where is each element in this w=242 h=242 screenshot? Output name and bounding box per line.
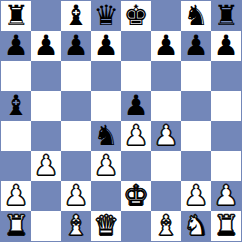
square-b7[interactable]: ♟ — [31, 31, 61, 61]
black-pawn-piece: ♟ — [3, 32, 28, 60]
square-b4[interactable] — [31, 121, 61, 151]
square-c1[interactable]: ♝ — [61, 211, 91, 241]
square-g8[interactable]: ♞ — [181, 1, 211, 31]
square-d6[interactable] — [91, 61, 121, 91]
square-b3[interactable]: ♟ — [31, 151, 61, 181]
white-pawn-piece: ♟ — [183, 182, 208, 210]
white-pawn-piece: ♟ — [3, 182, 28, 210]
square-b6[interactable] — [31, 61, 61, 91]
square-c2[interactable]: ♟ — [61, 181, 91, 211]
square-g5[interactable] — [181, 91, 211, 121]
white-pawn-piece: ♟ — [33, 152, 58, 180]
black-knight-piece: ♞ — [93, 122, 118, 150]
square-d7[interactable]: ♟ — [91, 31, 121, 61]
square-e7[interactable] — [121, 31, 151, 61]
black-rook-piece: ♜ — [3, 2, 28, 30]
square-h7[interactable]: ♟ — [211, 31, 241, 61]
square-f1[interactable]: ♝ — [151, 211, 181, 241]
square-b8[interactable] — [31, 1, 61, 31]
square-a7[interactable]: ♟ — [1, 31, 31, 61]
square-f4[interactable]: ♟ — [151, 121, 181, 151]
black-pawn-piece: ♟ — [63, 32, 88, 60]
black-pawn-piece: ♟ — [153, 32, 178, 60]
black-king-piece: ♚ — [123, 2, 148, 30]
square-d8[interactable]: ♛ — [91, 1, 121, 31]
square-h8[interactable]: ♜ — [211, 1, 241, 31]
square-g1[interactable]: ♞ — [181, 211, 211, 241]
square-e6[interactable] — [121, 61, 151, 91]
square-c5[interactable] — [61, 91, 91, 121]
black-pawn-piece: ♟ — [33, 32, 58, 60]
square-h4[interactable] — [211, 121, 241, 151]
square-f6[interactable] — [151, 61, 181, 91]
white-bishop-piece: ♝ — [63, 212, 88, 240]
square-b5[interactable] — [31, 91, 61, 121]
square-f7[interactable]: ♟ — [151, 31, 181, 61]
square-g4[interactable] — [181, 121, 211, 151]
black-pawn-piece: ♟ — [213, 32, 238, 60]
square-e2[interactable]: ♚ — [121, 181, 151, 211]
square-c3[interactable] — [61, 151, 91, 181]
black-pawn-piece: ♟ — [93, 32, 118, 60]
square-e3[interactable] — [121, 151, 151, 181]
white-pawn-piece: ♟ — [93, 152, 118, 180]
square-g3[interactable] — [181, 151, 211, 181]
square-a8[interactable]: ♜ — [1, 1, 31, 31]
black-knight-piece: ♞ — [183, 2, 208, 30]
black-rook-piece: ♜ — [213, 2, 238, 30]
square-d4[interactable]: ♞ — [91, 121, 121, 151]
square-g6[interactable] — [181, 61, 211, 91]
square-f3[interactable] — [151, 151, 181, 181]
square-g7[interactable]: ♟ — [181, 31, 211, 61]
white-knight-piece: ♞ — [183, 212, 208, 240]
black-queen-piece: ♛ — [93, 2, 118, 30]
square-c7[interactable]: ♟ — [61, 31, 91, 61]
black-pawn-piece: ♟ — [183, 32, 208, 60]
square-h6[interactable] — [211, 61, 241, 91]
square-h2[interactable]: ♟ — [211, 181, 241, 211]
square-f8[interactable] — [151, 1, 181, 31]
square-a3[interactable] — [1, 151, 31, 181]
white-bishop-piece: ♝ — [153, 212, 178, 240]
black-pawn-piece: ♟ — [123, 92, 148, 120]
square-b2[interactable] — [31, 181, 61, 211]
black-bishop-piece: ♝ — [3, 92, 28, 120]
square-d5[interactable] — [91, 91, 121, 121]
square-a2[interactable]: ♟ — [1, 181, 31, 211]
square-e8[interactable]: ♚ — [121, 1, 151, 31]
white-queen-piece: ♛ — [93, 212, 118, 240]
square-a1[interactable]: ♜ — [1, 211, 31, 241]
square-e4[interactable]: ♟ — [121, 121, 151, 151]
square-d2[interactable] — [91, 181, 121, 211]
square-c8[interactable]: ♝ — [61, 1, 91, 31]
white-rook-piece: ♜ — [3, 212, 28, 240]
chess-board: ♜♝♛♚♞♜♟♟♟♟♟♟♟♝♟♞♟♟♟♟♟♟♚♟♟♜♝♛♝♞♜ — [0, 0, 242, 242]
white-pawn-piece: ♟ — [123, 122, 148, 150]
white-pawn-piece: ♟ — [213, 182, 238, 210]
square-h3[interactable] — [211, 151, 241, 181]
square-d3[interactable]: ♟ — [91, 151, 121, 181]
square-a4[interactable] — [1, 121, 31, 151]
square-e5[interactable]: ♟ — [121, 91, 151, 121]
square-a6[interactable] — [1, 61, 31, 91]
square-a5[interactable]: ♝ — [1, 91, 31, 121]
square-b1[interactable] — [31, 211, 61, 241]
square-h5[interactable] — [211, 91, 241, 121]
square-e1[interactable] — [121, 211, 151, 241]
white-king-piece: ♚ — [123, 182, 148, 210]
white-pawn-piece: ♟ — [153, 122, 178, 150]
square-d1[interactable]: ♛ — [91, 211, 121, 241]
white-rook-piece: ♜ — [213, 212, 238, 240]
square-c4[interactable] — [61, 121, 91, 151]
square-c6[interactable] — [61, 61, 91, 91]
square-f2[interactable] — [151, 181, 181, 211]
square-f5[interactable] — [151, 91, 181, 121]
square-h1[interactable]: ♜ — [211, 211, 241, 241]
square-g2[interactable]: ♟ — [181, 181, 211, 211]
black-bishop-piece: ♝ — [63, 2, 88, 30]
white-pawn-piece: ♟ — [63, 182, 88, 210]
